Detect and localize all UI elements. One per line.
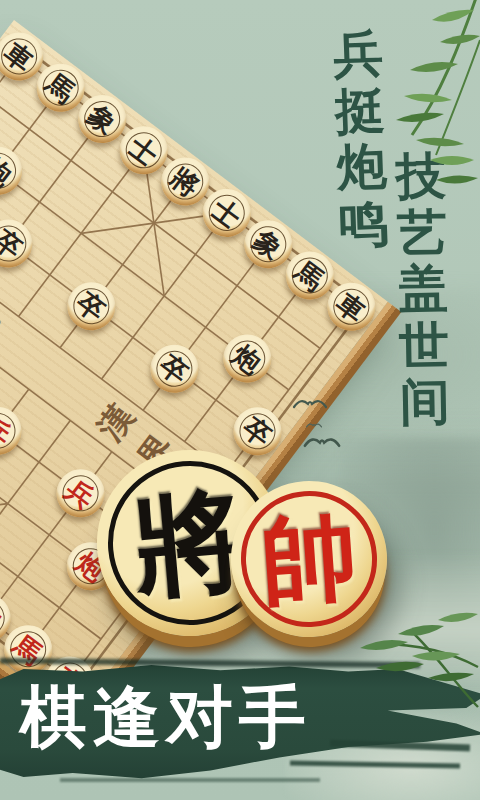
piece-glyph: 馬 [291, 257, 329, 295]
bird-icon [293, 396, 327, 410]
bamboo-branch-icon [340, 0, 480, 215]
calligraphy-character: 盖 [398, 261, 449, 318]
piece-glyph: 馬 [42, 69, 80, 107]
piece-glyph: 兵 [0, 412, 16, 450]
piece-glyph: 象 [249, 225, 287, 263]
bird-icon [303, 434, 341, 449]
piece-glyph: 將 [166, 163, 204, 201]
piece-glyph: 炮 [0, 152, 17, 190]
piece-glyph: 相 [0, 599, 6, 637]
banner-title: 棋逢对手 [20, 684, 312, 751]
bamboo-branch-icon [350, 572, 480, 712]
piece-glyph: 卒 [156, 350, 194, 388]
piece-glyph: 車 [332, 288, 370, 326]
bird-icon [306, 421, 322, 429]
red-general-glyph: 帥 [258, 508, 360, 610]
piece-glyph: 車 [0, 38, 38, 76]
calligraphy-character: 间 [399, 374, 450, 431]
piece-glyph: 兵 [62, 474, 100, 512]
brush-streak [330, 740, 470, 752]
piece-glyph: 炮 [228, 340, 266, 378]
calligraphy-character: 世 [398, 317, 449, 374]
piece-glyph: 士 [125, 131, 163, 169]
piece-glyph: 卒 [0, 225, 27, 263]
brush-streak [290, 761, 460, 769]
piece-glyph: 士 [208, 194, 246, 232]
splash-screen: 楚河 漢界 車馬象士將士象馬車炮炮卒卒卒卒卒兵兵兵兵兵炮炮車馬相仕帥仕相馬車 兵… [0, 0, 480, 800]
piece-glyph: 卒 [239, 412, 277, 450]
brush-streak [60, 778, 320, 782]
piece-glyph: 卒 [72, 287, 110, 325]
piece-glyph: 象 [83, 100, 121, 138]
